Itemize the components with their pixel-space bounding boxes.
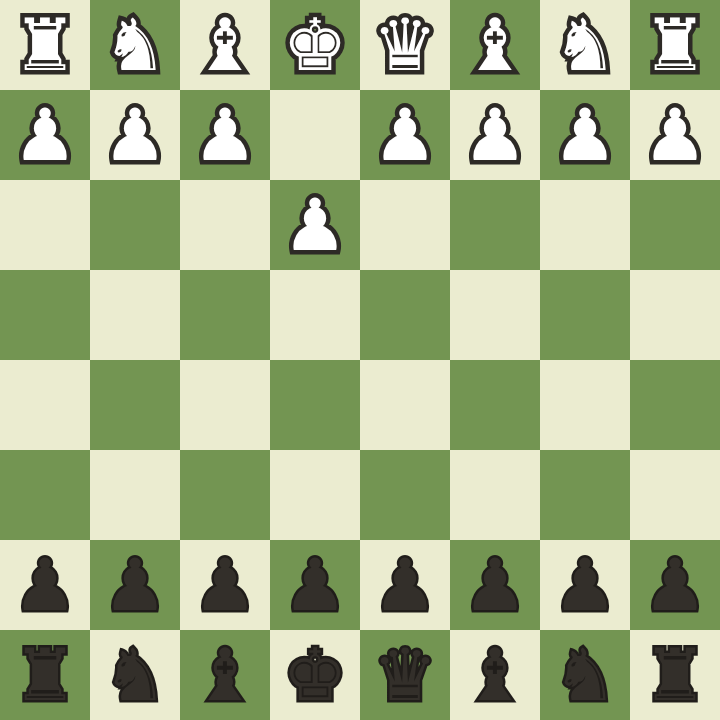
square-e6[interactable] (270, 450, 360, 540)
square-c3[interactable] (450, 180, 540, 270)
white-pawn[interactable] (450, 90, 540, 180)
black-rook[interactable] (0, 630, 90, 720)
black-pawn[interactable] (90, 540, 180, 630)
white-pawn[interactable] (630, 90, 720, 180)
black-pawn[interactable] (270, 540, 360, 630)
square-d7[interactable] (360, 540, 450, 630)
square-a8[interactable] (630, 630, 720, 720)
square-c7[interactable] (450, 540, 540, 630)
square-c8[interactable] (450, 630, 540, 720)
white-pawn[interactable] (360, 90, 450, 180)
square-e7[interactable] (270, 540, 360, 630)
square-e1[interactable] (270, 0, 360, 90)
white-pawn[interactable] (180, 90, 270, 180)
black-pawn[interactable] (0, 540, 90, 630)
square-g5[interactable] (90, 360, 180, 450)
square-f8[interactable] (180, 630, 270, 720)
square-h3[interactable] (0, 180, 90, 270)
square-f6[interactable] (180, 450, 270, 540)
square-c4[interactable] (450, 270, 540, 360)
black-knight[interactable] (540, 630, 630, 720)
white-bishop[interactable] (180, 0, 270, 90)
white-rook[interactable] (0, 0, 90, 90)
square-g1[interactable] (90, 0, 180, 90)
black-bishop[interactable] (180, 630, 270, 720)
square-g2[interactable] (90, 90, 180, 180)
square-a4[interactable] (630, 270, 720, 360)
white-pawn[interactable] (0, 90, 90, 180)
square-f3[interactable] (180, 180, 270, 270)
square-e8[interactable] (270, 630, 360, 720)
square-b7[interactable] (540, 540, 630, 630)
black-pawn[interactable] (450, 540, 540, 630)
square-b3[interactable] (540, 180, 630, 270)
square-a1[interactable] (630, 0, 720, 90)
black-pawn[interactable] (540, 540, 630, 630)
square-d4[interactable] (360, 270, 450, 360)
black-bishop[interactable] (450, 630, 540, 720)
black-pawn[interactable] (180, 540, 270, 630)
square-b6[interactable] (540, 450, 630, 540)
white-pawn[interactable] (270, 180, 360, 270)
square-f1[interactable] (180, 0, 270, 90)
square-d5[interactable] (360, 360, 450, 450)
square-h5[interactable] (0, 360, 90, 450)
black-rook[interactable] (630, 630, 720, 720)
square-f7[interactable] (180, 540, 270, 630)
square-c6[interactable] (450, 450, 540, 540)
square-b5[interactable] (540, 360, 630, 450)
white-rook[interactable] (630, 0, 720, 90)
square-b4[interactable] (540, 270, 630, 360)
square-h8[interactable] (0, 630, 90, 720)
square-g4[interactable] (90, 270, 180, 360)
white-king[interactable] (270, 0, 360, 90)
square-h1[interactable] (0, 0, 90, 90)
square-g3[interactable] (90, 180, 180, 270)
square-e4[interactable] (270, 270, 360, 360)
white-queen[interactable] (360, 0, 450, 90)
square-g6[interactable] (90, 450, 180, 540)
white-knight[interactable] (540, 0, 630, 90)
square-d8[interactable] (360, 630, 450, 720)
square-a5[interactable] (630, 360, 720, 450)
black-pawn[interactable] (360, 540, 450, 630)
black-queen[interactable] (360, 630, 450, 720)
square-f4[interactable] (180, 270, 270, 360)
black-king[interactable] (270, 630, 360, 720)
square-b8[interactable] (540, 630, 630, 720)
square-f2[interactable] (180, 90, 270, 180)
square-h2[interactable] (0, 90, 90, 180)
square-a2[interactable] (630, 90, 720, 180)
square-d6[interactable] (360, 450, 450, 540)
square-c5[interactable] (450, 360, 540, 450)
square-a3[interactable] (630, 180, 720, 270)
square-b1[interactable] (540, 0, 630, 90)
square-g7[interactable] (90, 540, 180, 630)
square-c2[interactable] (450, 90, 540, 180)
white-knight[interactable] (90, 0, 180, 90)
square-c1[interactable] (450, 0, 540, 90)
square-h7[interactable] (0, 540, 90, 630)
square-d2[interactable] (360, 90, 450, 180)
square-h6[interactable] (0, 450, 90, 540)
black-knight[interactable] (90, 630, 180, 720)
square-a7[interactable] (630, 540, 720, 630)
square-d3[interactable] (360, 180, 450, 270)
square-d1[interactable] (360, 0, 450, 90)
square-f5[interactable] (180, 360, 270, 450)
white-bishop[interactable] (450, 0, 540, 90)
square-a6[interactable] (630, 450, 720, 540)
square-e5[interactable] (270, 360, 360, 450)
chess-board (0, 0, 720, 720)
square-e2[interactable] (270, 90, 360, 180)
square-g8[interactable] (90, 630, 180, 720)
square-e3[interactable] (270, 180, 360, 270)
square-b2[interactable] (540, 90, 630, 180)
white-pawn[interactable] (540, 90, 630, 180)
black-pawn[interactable] (630, 540, 720, 630)
white-pawn[interactable] (90, 90, 180, 180)
square-h4[interactable] (0, 270, 90, 360)
